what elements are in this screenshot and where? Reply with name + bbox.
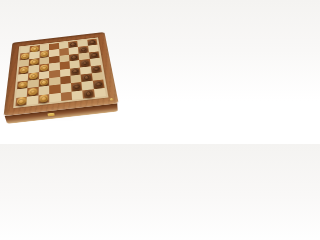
- checker-light[interactable]: [39, 95, 48, 103]
- square-c1[interactable]: [38, 94, 49, 104]
- square-e2[interactable]: [60, 83, 71, 92]
- square-a2[interactable]: [16, 88, 27, 97]
- playing-field: [13, 37, 108, 108]
- checker-light[interactable]: [39, 79, 48, 87]
- square-e3[interactable]: [60, 76, 71, 85]
- square-f2[interactable]: [71, 82, 83, 91]
- square-b1[interactable]: [27, 95, 39, 105]
- square-c3[interactable]: [39, 78, 50, 87]
- square-e4[interactable]: [60, 68, 71, 77]
- square-a4[interactable]: [18, 73, 29, 82]
- square-h1[interactable]: [94, 88, 106, 98]
- square-f4[interactable]: [70, 67, 81, 76]
- square-f3[interactable]: [70, 74, 81, 83]
- squares-grid: [15, 39, 106, 106]
- square-a1[interactable]: [15, 96, 27, 106]
- checker-dark[interactable]: [91, 65, 101, 72]
- square-d2[interactable]: [49, 85, 60, 94]
- square-e1[interactable]: [60, 91, 72, 101]
- scene: [0, 0, 120, 144]
- square-d3[interactable]: [49, 77, 60, 86]
- checker-dark[interactable]: [83, 90, 93, 98]
- square-c4[interactable]: [39, 71, 50, 80]
- square-g4[interactable]: [80, 66, 91, 74]
- checker-light[interactable]: [28, 88, 37, 96]
- square-c2[interactable]: [38, 86, 49, 95]
- square-g2[interactable]: [82, 81, 94, 90]
- square-h4[interactable]: [90, 65, 102, 73]
- square-a3[interactable]: [17, 80, 28, 89]
- square-h2[interactable]: [92, 80, 104, 89]
- square-g1[interactable]: [82, 89, 94, 99]
- checker-dark[interactable]: [82, 74, 92, 81]
- game-board: [4, 32, 119, 116]
- checker-light[interactable]: [29, 73, 38, 80]
- square-d1[interactable]: [49, 93, 60, 103]
- checker-light[interactable]: [16, 97, 26, 105]
- checker-light[interactable]: [18, 81, 27, 89]
- square-h3[interactable]: [91, 72, 103, 81]
- checker-dark[interactable]: [72, 83, 82, 91]
- square-f1[interactable]: [71, 90, 83, 100]
- square-d4[interactable]: [49, 70, 60, 79]
- square-b2[interactable]: [27, 87, 38, 96]
- square-b3[interactable]: [28, 79, 39, 88]
- square-b4[interactable]: [28, 72, 39, 81]
- square-g3[interactable]: [81, 73, 93, 82]
- checker-dark[interactable]: [93, 80, 103, 88]
- brass-latch: [48, 113, 55, 117]
- brass-corner-inlay: [109, 97, 113, 100]
- checker-dark[interactable]: [71, 68, 80, 75]
